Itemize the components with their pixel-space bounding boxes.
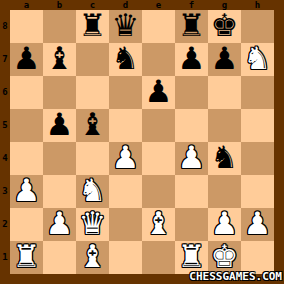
square-h5[interactable] <box>241 109 274 142</box>
square-e8[interactable] <box>142 10 175 43</box>
square-d1[interactable] <box>109 241 142 274</box>
square-f4[interactable]: ♟ <box>175 142 208 175</box>
square-a8[interactable] <box>10 10 43 43</box>
white-knight[interactable]: ♞ <box>79 175 107 206</box>
white-rook[interactable]: ♜ <box>178 241 206 272</box>
white-pawn[interactable]: ♟ <box>211 208 239 239</box>
square-h6[interactable] <box>241 76 274 109</box>
white-queen[interactable]: ♛ <box>79 208 107 239</box>
square-e6[interactable]: ♟ <box>142 76 175 109</box>
square-d2[interactable] <box>109 208 142 241</box>
black-pawn[interactable]: ♟ <box>46 109 74 140</box>
square-a7[interactable]: ♟ <box>10 43 43 76</box>
black-king[interactable]: ♚ <box>211 10 239 41</box>
square-h7[interactable]: ♞ <box>241 43 274 76</box>
square-g8[interactable]: ♚ <box>208 10 241 43</box>
square-c8[interactable]: ♜ <box>76 10 109 43</box>
square-f7[interactable]: ♟ <box>175 43 208 76</box>
square-e4[interactable] <box>142 142 175 175</box>
file-label-h: h <box>241 0 274 10</box>
square-b6[interactable] <box>43 76 76 109</box>
black-pawn[interactable]: ♟ <box>211 43 239 74</box>
rank-label-8: 8 <box>0 10 10 43</box>
black-rook[interactable]: ♜ <box>79 10 107 41</box>
chess-board: ♜♛♜♚♟♝♞♟♟♞♟♟♝♟♟♞♟♞♟♛♝♟♟♜♝♜♚ <box>10 10 274 274</box>
square-f6[interactable] <box>175 76 208 109</box>
file-label-b: b <box>43 0 76 10</box>
rank-label-4: 4 <box>0 142 10 175</box>
white-bishop[interactable]: ♝ <box>79 241 107 272</box>
square-f3[interactable] <box>175 175 208 208</box>
square-e2[interactable]: ♝ <box>142 208 175 241</box>
square-c6[interactable] <box>76 76 109 109</box>
square-d5[interactable] <box>109 109 142 142</box>
rank-labels: 87654321 <box>0 10 10 274</box>
rank-label-7: 7 <box>0 43 10 76</box>
square-g3[interactable] <box>208 175 241 208</box>
square-g5[interactable] <box>208 109 241 142</box>
rank-label-3: 3 <box>0 175 10 208</box>
square-d4[interactable]: ♟ <box>109 142 142 175</box>
square-a6[interactable] <box>10 76 43 109</box>
rank-label-6: 6 <box>0 76 10 109</box>
square-a1[interactable]: ♜ <box>10 241 43 274</box>
file-label-e: e <box>142 0 175 10</box>
square-g7[interactable]: ♟ <box>208 43 241 76</box>
black-pawn[interactable]: ♟ <box>178 43 206 74</box>
square-d6[interactable] <box>109 76 142 109</box>
rank-label-5: 5 <box>0 109 10 142</box>
white-king[interactable]: ♚ <box>211 241 239 272</box>
square-b7[interactable]: ♝ <box>43 43 76 76</box>
square-f5[interactable] <box>175 109 208 142</box>
white-pawn[interactable]: ♟ <box>46 208 74 239</box>
file-label-a: a <box>10 0 43 10</box>
square-g4[interactable]: ♞ <box>208 142 241 175</box>
square-a4[interactable] <box>10 142 43 175</box>
chessboard-frame: abcdefgh 87654321 ♜♛♜♚♟♝♞♟♟♞♟♟♝♟♟♞♟♞♟♛♝♟… <box>0 0 284 284</box>
square-d8[interactable]: ♛ <box>109 10 142 43</box>
square-b4[interactable] <box>43 142 76 175</box>
square-a3[interactable]: ♟ <box>10 175 43 208</box>
site-watermark: CHESSGAMES.COM <box>189 271 282 283</box>
square-g2[interactable]: ♟ <box>208 208 241 241</box>
white-pawn[interactable]: ♟ <box>13 175 41 206</box>
square-f2[interactable] <box>175 208 208 241</box>
square-b2[interactable]: ♟ <box>43 208 76 241</box>
square-b1[interactable] <box>43 241 76 274</box>
square-e5[interactable] <box>142 109 175 142</box>
white-rook[interactable]: ♜ <box>13 241 41 272</box>
square-b8[interactable] <box>43 10 76 43</box>
white-bishop[interactable]: ♝ <box>145 208 173 239</box>
square-f8[interactable]: ♜ <box>175 10 208 43</box>
rank-label-1: 1 <box>0 241 10 274</box>
square-h8[interactable] <box>241 10 274 43</box>
square-c5[interactable]: ♝ <box>76 109 109 142</box>
square-c7[interactable] <box>76 43 109 76</box>
black-bishop[interactable]: ♝ <box>46 43 74 74</box>
black-rook[interactable]: ♜ <box>178 10 206 41</box>
black-queen[interactable]: ♛ <box>112 10 140 41</box>
black-knight[interactable]: ♞ <box>112 43 140 74</box>
square-h4[interactable] <box>241 142 274 175</box>
white-knight[interactable]: ♞ <box>244 43 272 74</box>
square-c3[interactable]: ♞ <box>76 175 109 208</box>
square-c2[interactable]: ♛ <box>76 208 109 241</box>
square-h2[interactable]: ♟ <box>241 208 274 241</box>
square-h3[interactable] <box>241 175 274 208</box>
white-pawn[interactable]: ♟ <box>244 208 272 239</box>
square-d7[interactable]: ♞ <box>109 43 142 76</box>
square-b3[interactable] <box>43 175 76 208</box>
square-c1[interactable]: ♝ <box>76 241 109 274</box>
white-pawn[interactable]: ♟ <box>178 142 206 173</box>
square-e1[interactable] <box>142 241 175 274</box>
square-a5[interactable] <box>10 109 43 142</box>
black-bishop[interactable]: ♝ <box>79 109 107 140</box>
square-e7[interactable] <box>142 43 175 76</box>
black-pawn[interactable]: ♟ <box>13 43 41 74</box>
square-e3[interactable] <box>142 175 175 208</box>
black-pawn[interactable]: ♟ <box>145 76 173 107</box>
square-d3[interactable] <box>109 175 142 208</box>
square-b5[interactable]: ♟ <box>43 109 76 142</box>
white-pawn[interactable]: ♟ <box>112 142 140 173</box>
square-c4[interactable] <box>76 142 109 175</box>
square-g6[interactable] <box>208 76 241 109</box>
black-knight[interactable]: ♞ <box>211 142 239 173</box>
square-a2[interactable] <box>10 208 43 241</box>
rank-label-2: 2 <box>0 208 10 241</box>
